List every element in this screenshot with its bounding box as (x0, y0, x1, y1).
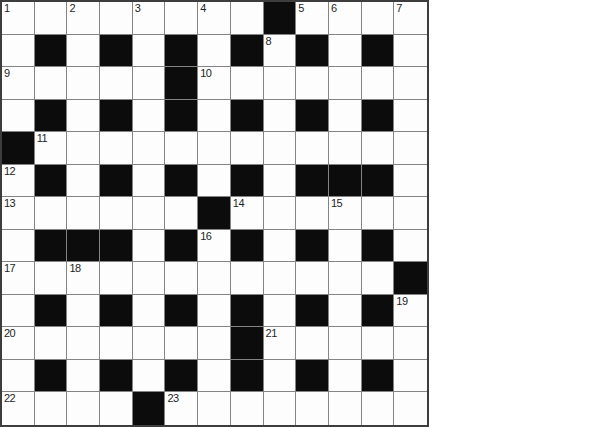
cell-r3c2[interactable] (67, 100, 100, 133)
cell-r7c2-black (67, 230, 100, 263)
cell-r1c4[interactable] (133, 35, 166, 68)
cell-r7c7-black (231, 230, 264, 263)
cell-r5c9-black (296, 165, 329, 198)
cell-r3c1-black (35, 100, 68, 133)
cell-r5c7-black (231, 165, 264, 198)
cell-r5c2[interactable] (67, 165, 100, 198)
cell-r6c1[interactable] (35, 197, 68, 230)
cell-r7c4[interactable] (133, 230, 166, 263)
cell-r9c10[interactable] (329, 295, 362, 328)
cell-r9c11-black (362, 295, 395, 328)
cell-r1c6[interactable] (198, 35, 231, 68)
clue-number-23: 23 (167, 393, 178, 404)
cell-r3c3-black (100, 100, 133, 133)
cell-r4c9[interactable] (296, 132, 329, 165)
cell-r9c6[interactable] (198, 295, 231, 328)
cell-r2c2[interactable] (67, 67, 100, 100)
cell-r5c11-black (362, 165, 395, 198)
cell-r3c6[interactable] (198, 100, 231, 133)
cell-r0c8-black (264, 2, 297, 35)
cell-r10c1[interactable] (35, 327, 68, 360)
cell-r6c2[interactable] (67, 197, 100, 230)
cell-r5c10-black (329, 165, 362, 198)
cell-r3c5-black (165, 100, 198, 133)
cell-r7c6[interactable]: 16 (198, 230, 231, 263)
cell-r7c12[interactable] (394, 230, 427, 263)
cell-r5c0[interactable]: 12 (2, 165, 35, 198)
cell-r11c8[interactable] (264, 360, 297, 393)
cell-r1c3-black (100, 35, 133, 68)
clue-number-22: 22 (4, 393, 15, 404)
cell-r3c4[interactable] (133, 100, 166, 133)
clue-number-14: 14 (233, 198, 244, 209)
cell-r10c12[interactable] (394, 327, 427, 360)
cell-r2c11[interactable] (362, 67, 395, 100)
cell-r8c2[interactable]: 18 (67, 262, 100, 295)
clue-number-10: 10 (200, 68, 211, 79)
cell-r2c6[interactable]: 10 (198, 67, 231, 100)
cell-r11c11-black (362, 360, 395, 393)
clue-number-2: 2 (69, 3, 75, 14)
cell-r5c6[interactable] (198, 165, 231, 198)
cell-r4c10[interactable] (329, 132, 362, 165)
cell-r2c4[interactable] (133, 67, 166, 100)
cell-r10c8[interactable]: 21 (264, 327, 297, 360)
cell-r0c0[interactable]: 1 (2, 2, 35, 35)
cell-r3c8[interactable] (264, 100, 297, 133)
cell-r7c8[interactable] (264, 230, 297, 263)
cell-r9c1-black (35, 295, 68, 328)
cell-r12c8[interactable] (264, 392, 297, 425)
cell-r10c10[interactable] (329, 327, 362, 360)
cell-r3c12[interactable] (394, 100, 427, 133)
cell-r11c4[interactable] (133, 360, 166, 393)
clue-number-4: 4 (200, 3, 206, 14)
cell-r11c3-black (100, 360, 133, 393)
clue-number-19: 19 (396, 296, 407, 307)
cell-r0c2[interactable]: 2 (67, 2, 100, 35)
cell-r3c11-black (362, 100, 395, 133)
cell-r12c0[interactable]: 22 (2, 392, 35, 425)
cell-r5c12[interactable] (394, 165, 427, 198)
cell-r10c5[interactable] (165, 327, 198, 360)
cell-r8c6[interactable] (198, 262, 231, 295)
cell-r2c12[interactable] (394, 67, 427, 100)
cell-r5c8[interactable] (264, 165, 297, 198)
cell-r12c1[interactable] (35, 392, 68, 425)
clue-number-11: 11 (37, 133, 47, 144)
cell-r10c11[interactable] (362, 327, 395, 360)
cell-r12c3[interactable] (100, 392, 133, 425)
page: 1234567891011121314151617181920212223 (0, 0, 601, 427)
cell-r0c9[interactable]: 5 (296, 2, 329, 35)
cell-r8c0[interactable]: 17 (2, 262, 35, 295)
cell-r11c2[interactable] (67, 360, 100, 393)
cell-r4c1[interactable]: 11 (35, 132, 68, 165)
clue-number-3: 3 (135, 3, 141, 14)
cell-r8c12-black (394, 262, 427, 295)
cell-r4c0-black (2, 132, 35, 165)
cell-r11c5-black (165, 360, 198, 393)
cell-r10c3[interactable] (100, 327, 133, 360)
cell-r6c12[interactable] (394, 197, 427, 230)
cell-r9c9-black (296, 295, 329, 328)
cell-r0c4[interactable]: 3 (133, 2, 166, 35)
cell-r5c1-black (35, 165, 68, 198)
cell-r0c5[interactable] (165, 2, 198, 35)
cell-r4c5[interactable] (165, 132, 198, 165)
cell-r9c12[interactable]: 19 (394, 295, 427, 328)
cell-r9c2[interactable] (67, 295, 100, 328)
clue-number-7: 7 (396, 3, 402, 14)
cell-r2c0[interactable]: 9 (2, 67, 35, 100)
cell-r0c7[interactable] (231, 2, 264, 35)
cell-r5c4[interactable] (133, 165, 166, 198)
cell-r6c4[interactable] (133, 197, 166, 230)
cell-r12c12[interactable] (394, 392, 427, 425)
cell-r11c10[interactable] (329, 360, 362, 393)
cell-r8c4[interactable] (133, 262, 166, 295)
cell-r9c7-black (231, 295, 264, 328)
cell-r4c7[interactable] (231, 132, 264, 165)
cell-r11c1-black (35, 360, 68, 393)
cell-r9c8[interactable] (264, 295, 297, 328)
cell-r9c4[interactable] (133, 295, 166, 328)
cell-r10c9[interactable] (296, 327, 329, 360)
cell-r9c5-black (165, 295, 198, 328)
cell-r4c4[interactable] (133, 132, 166, 165)
cell-r1c5-black (165, 35, 198, 68)
cell-r1c7-black (231, 35, 264, 68)
cell-r8c10[interactable] (329, 262, 362, 295)
clue-number-15: 15 (331, 198, 342, 209)
cell-r0c3[interactable] (100, 2, 133, 35)
cell-r6c5[interactable] (165, 197, 198, 230)
cell-r8c8[interactable] (264, 262, 297, 295)
cell-r1c8[interactable]: 8 (264, 35, 297, 68)
cell-r8c7[interactable] (231, 262, 264, 295)
cell-r10c7-black (231, 327, 264, 360)
cell-r12c11[interactable] (362, 392, 395, 425)
cell-r1c12[interactable] (394, 35, 427, 68)
cell-r6c3[interactable] (100, 197, 133, 230)
cell-r7c11-black (362, 230, 395, 263)
cell-r7c3-black (100, 230, 133, 263)
cell-r10c4[interactable] (133, 327, 166, 360)
cell-r4c6[interactable] (198, 132, 231, 165)
cell-r11c7-black (231, 360, 264, 393)
cell-r11c12[interactable] (394, 360, 427, 393)
cell-r2c5-black (165, 67, 198, 100)
clue-number-5: 5 (298, 3, 304, 14)
cell-r10c6[interactable] (198, 327, 231, 360)
cell-r0c10[interactable]: 6 (329, 2, 362, 35)
cell-r8c1[interactable] (35, 262, 68, 295)
cell-r7c10[interactable] (329, 230, 362, 263)
cell-r12c2[interactable] (67, 392, 100, 425)
cell-r1c0[interactable] (2, 35, 35, 68)
clue-number-16: 16 (200, 231, 211, 242)
crossword-grid: 1234567891011121314151617181920212223 (0, 0, 429, 427)
cell-r12c6[interactable] (198, 392, 231, 425)
cell-r6c10[interactable]: 15 (329, 197, 362, 230)
cell-r8c11[interactable] (362, 262, 395, 295)
cell-r5c3-black (100, 165, 133, 198)
clue-number-18: 18 (69, 263, 80, 274)
cell-r2c8[interactable] (264, 67, 297, 100)
clue-number-17: 17 (4, 263, 15, 274)
cell-r1c1-black (35, 35, 68, 68)
clue-number-20: 20 (4, 328, 15, 339)
clue-number-1: 1 (4, 3, 10, 14)
cell-r3c0[interactable] (2, 100, 35, 133)
cell-r12c4-black (133, 392, 166, 425)
cell-r12c10[interactable] (329, 392, 362, 425)
cell-r2c3[interactable] (100, 67, 133, 100)
cell-r11c0[interactable] (2, 360, 35, 393)
cell-r9c3-black (100, 295, 133, 328)
clue-number-21: 21 (266, 328, 277, 339)
cell-r12c7[interactable] (231, 392, 264, 425)
cell-r10c0[interactable]: 20 (2, 327, 35, 360)
cell-r6c6-black (198, 197, 231, 230)
cell-r2c10[interactable] (329, 67, 362, 100)
cell-r7c0[interactable] (2, 230, 35, 263)
cell-r3c9-black (296, 100, 329, 133)
cell-r8c3[interactable] (100, 262, 133, 295)
cell-r11c6[interactable] (198, 360, 231, 393)
cell-r5c5-black (165, 165, 198, 198)
cell-r0c6[interactable]: 4 (198, 2, 231, 35)
cell-r1c10[interactable] (329, 35, 362, 68)
cell-r8c9[interactable] (296, 262, 329, 295)
cell-r7c9-black (296, 230, 329, 263)
cell-r4c2[interactable] (67, 132, 100, 165)
cell-r1c9-black (296, 35, 329, 68)
cell-r6c11[interactable] (362, 197, 395, 230)
cell-r6c7[interactable]: 14 (231, 197, 264, 230)
cell-r4c11[interactable] (362, 132, 395, 165)
cell-r7c5-black (165, 230, 198, 263)
cell-r3c10[interactable] (329, 100, 362, 133)
cell-r3c7-black (231, 100, 264, 133)
cell-r4c3[interactable] (100, 132, 133, 165)
cell-r7c1-black (35, 230, 68, 263)
cell-r2c7[interactable] (231, 67, 264, 100)
cell-r4c8[interactable] (264, 132, 297, 165)
cell-r11c9-black (296, 360, 329, 393)
cell-r12c9[interactable] (296, 392, 329, 425)
cell-r6c9[interactable] (296, 197, 329, 230)
cell-r0c12[interactable]: 7 (394, 2, 427, 35)
cell-r10c2[interactable] (67, 327, 100, 360)
cell-r8c5[interactable] (165, 262, 198, 295)
cell-r9c0[interactable] (2, 295, 35, 328)
cell-r1c2[interactable] (67, 35, 100, 68)
clue-number-13: 13 (4, 198, 15, 209)
clue-number-6: 6 (331, 3, 337, 14)
clue-number-8: 8 (266, 36, 272, 47)
cell-r0c1[interactable] (35, 2, 68, 35)
cell-r1c11-black (362, 35, 395, 68)
cell-r2c1[interactable] (35, 67, 68, 100)
cell-r2c9[interactable] (296, 67, 329, 100)
cell-r4c12[interactable] (394, 132, 427, 165)
cell-r12c5[interactable]: 23 (165, 392, 198, 425)
clue-number-12: 12 (4, 166, 15, 177)
cell-r6c8[interactable] (264, 197, 297, 230)
clue-number-9: 9 (4, 68, 10, 79)
cell-r0c11[interactable] (362, 2, 395, 35)
cell-r6c0[interactable]: 13 (2, 197, 35, 230)
